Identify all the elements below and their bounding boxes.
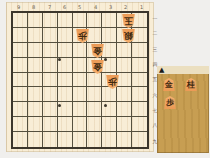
square-7九[interactable]: [43, 132, 58, 147]
rank-label-3: 三: [151, 43, 159, 55]
rank-label-2: 二: [151, 28, 159, 40]
square-8八[interactable]: [28, 117, 43, 132]
square-3一[interactable]: [102, 13, 117, 28]
square-1七[interactable]: [132, 102, 147, 117]
square-8三[interactable]: [28, 43, 43, 58]
square-1九[interactable]: [132, 132, 147, 147]
file-labels: 987654321: [11, 3, 149, 11]
file-label-3: 3: [104, 4, 117, 11]
square-2八[interactable]: [117, 117, 132, 132]
square-2五[interactable]: [117, 73, 132, 88]
square-6一[interactable]: [58, 13, 73, 28]
square-8六[interactable]: [28, 87, 43, 102]
square-5一[interactable]: [73, 13, 88, 28]
square-3八[interactable]: [102, 117, 117, 132]
square-6六[interactable]: [58, 87, 73, 102]
square-1四[interactable]: [132, 58, 147, 73]
square-6三[interactable]: [58, 43, 73, 58]
hand-piece-sente-桂[interactable]: 桂: [185, 78, 197, 91]
square-5七[interactable]: [73, 102, 88, 117]
square-1八[interactable]: [132, 117, 147, 132]
board-grid: 玉銀歩金金歩: [11, 11, 149, 149]
square-9八[interactable]: [13, 117, 28, 132]
hoshi-dot: [58, 58, 61, 61]
square-1三[interactable]: [132, 43, 147, 58]
square-9五[interactable]: [13, 73, 28, 88]
square-6八[interactable]: [58, 117, 73, 132]
square-7一[interactable]: [43, 13, 58, 28]
shogi-board: 987654321 一二三四五六七八九 玉銀歩金金歩: [6, 2, 154, 152]
square-8五[interactable]: [28, 73, 43, 88]
square-2三[interactable]: [117, 43, 132, 58]
square-5九[interactable]: [73, 132, 88, 147]
square-8七[interactable]: [28, 102, 43, 117]
square-2四[interactable]: [117, 58, 132, 73]
square-2六[interactable]: [117, 87, 132, 102]
file-label-5: 5: [73, 4, 86, 11]
square-7三[interactable]: [43, 43, 58, 58]
square-8一[interactable]: [28, 13, 43, 28]
square-3六[interactable]: [102, 87, 117, 102]
square-1六[interactable]: [132, 87, 147, 102]
square-3二[interactable]: [102, 28, 117, 43]
square-4七[interactable]: [87, 102, 102, 117]
square-7二[interactable]: [43, 28, 58, 43]
file-label-2: 2: [119, 4, 132, 11]
hoshi-dot: [58, 104, 61, 107]
file-label-1: 1: [135, 4, 148, 11]
square-6二[interactable]: [58, 28, 73, 43]
square-9三[interactable]: [13, 43, 28, 58]
square-4二[interactable]: [87, 28, 102, 43]
square-2九[interactable]: [117, 132, 132, 147]
square-4八[interactable]: [87, 117, 102, 132]
square-1五[interactable]: [132, 73, 147, 88]
square-5五[interactable]: [73, 73, 88, 88]
square-5四[interactable]: [73, 58, 88, 73]
square-7七[interactable]: [43, 102, 58, 117]
square-9六[interactable]: [13, 87, 28, 102]
square-5六[interactable]: [73, 87, 88, 102]
square-8二[interactable]: [28, 28, 43, 43]
file-label-6: 6: [58, 4, 71, 11]
hoshi-dot: [104, 104, 107, 107]
square-3三[interactable]: [102, 43, 117, 58]
hand-piece-sente-金[interactable]: 金: [163, 78, 175, 91]
file-label-7: 7: [43, 4, 56, 11]
komadai-header: ▲: [157, 66, 209, 74]
square-4九[interactable]: [87, 132, 102, 147]
hand-piece-sente-歩[interactable]: 歩: [164, 96, 176, 109]
square-8四[interactable]: [28, 58, 43, 73]
square-7四[interactable]: [43, 58, 58, 73]
hoshi-dot: [104, 58, 107, 61]
square-5三[interactable]: [73, 43, 88, 58]
square-9四[interactable]: [13, 58, 28, 73]
square-8九[interactable]: [28, 132, 43, 147]
square-6九[interactable]: [58, 132, 73, 147]
komadai-sente: ▲ 金桂歩: [157, 66, 209, 153]
square-7五[interactable]: [43, 73, 58, 88]
square-4五[interactable]: [87, 73, 102, 88]
file-label-9: 9: [12, 4, 25, 11]
tsume-shogi-app: { "game": "shogi", "puzzle_type": "tsume…: [0, 0, 210, 158]
file-label-8: 8: [27, 4, 40, 11]
square-9一[interactable]: [13, 13, 28, 28]
square-3九[interactable]: [102, 132, 117, 147]
file-label-4: 4: [89, 4, 102, 11]
rank-label-1: 一: [151, 13, 159, 25]
square-2七[interactable]: [117, 102, 132, 117]
square-9二[interactable]: [13, 28, 28, 43]
square-5八[interactable]: [73, 117, 88, 132]
square-7八[interactable]: [43, 117, 58, 132]
sente-marker-icon: ▲: [159, 66, 164, 74]
square-9七[interactable]: [13, 102, 28, 117]
square-4一[interactable]: [87, 13, 102, 28]
square-9九[interactable]: [13, 132, 28, 147]
square-7六[interactable]: [43, 87, 58, 102]
square-6五[interactable]: [58, 73, 73, 88]
square-4六[interactable]: [87, 87, 102, 102]
